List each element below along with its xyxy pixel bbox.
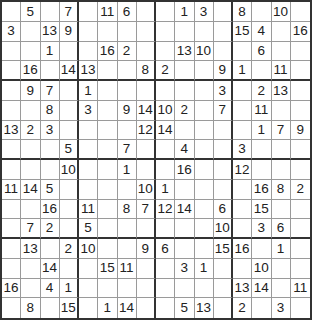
cell-r11c9[interactable]: 12 [156, 200, 175, 220]
cell-r15c4[interactable]: 1 [60, 279, 79, 299]
cell-r15c9[interactable] [156, 279, 175, 299]
cell-r13c13[interactable]: 16 [233, 239, 252, 259]
cell-r13c2[interactable]: 13 [21, 239, 40, 259]
cell-r4c15[interactable]: 11 [272, 61, 291, 81]
cell-r3c12[interactable] [214, 42, 233, 62]
cell-r7c3[interactable]: 3 [41, 121, 60, 141]
cell-r13c4[interactable]: 2 [60, 239, 79, 259]
cell-r14c10[interactable]: 3 [175, 259, 194, 279]
cell-r9c11[interactable] [195, 160, 214, 180]
cell-r1c11[interactable]: 3 [195, 2, 214, 22]
cell-r7c8[interactable]: 12 [137, 121, 156, 141]
cell-r3c16[interactable] [291, 42, 310, 62]
cell-r16c3[interactable] [41, 298, 60, 318]
cell-r15c10[interactable] [175, 279, 194, 299]
cell-r12c6[interactable] [98, 219, 117, 239]
cell-r7c10[interactable] [175, 121, 194, 141]
cell-r8c4[interactable]: 5 [60, 140, 79, 160]
cell-r10c11[interactable] [195, 180, 214, 200]
cell-r15c5[interactable] [79, 279, 98, 299]
cell-r1c9[interactable] [156, 2, 175, 22]
cell-r9c13[interactable]: 12 [233, 160, 252, 180]
cell-r9c2[interactable] [21, 160, 40, 180]
cell-r5c7[interactable] [118, 81, 137, 101]
cell-r3c14[interactable]: 6 [252, 42, 271, 62]
cell-r14c4[interactable] [60, 259, 79, 279]
cell-r3c13[interactable] [233, 42, 252, 62]
cell-r8c3[interactable] [41, 140, 60, 160]
cell-r5c16[interactable] [291, 81, 310, 101]
cell-r11c1[interactable] [2, 200, 21, 220]
cell-r4c4[interactable]: 14 [60, 61, 79, 81]
cell-r14c2[interactable] [21, 259, 40, 279]
cell-r13c5[interactable]: 10 [79, 239, 98, 259]
cell-r11c7[interactable]: 8 [118, 200, 137, 220]
cell-r12c4[interactable] [60, 219, 79, 239]
cell-r11c12[interactable]: 6 [214, 200, 233, 220]
cell-r12c14[interactable]: 3 [252, 219, 271, 239]
cell-r10c16[interactable]: 2 [291, 180, 310, 200]
cell-r3c7[interactable]: 2 [118, 42, 137, 62]
cell-r8c13[interactable]: 3 [233, 140, 252, 160]
cell-r13c6[interactable] [98, 239, 117, 259]
cell-r4c2[interactable]: 16 [21, 61, 40, 81]
cell-r11c14[interactable]: 15 [252, 200, 271, 220]
cell-r13c1[interactable] [2, 239, 21, 259]
cell-r2c3[interactable]: 13 [41, 22, 60, 42]
cell-r8c14[interactable] [252, 140, 271, 160]
cell-r1c12[interactable] [214, 2, 233, 22]
cell-r10c7[interactable] [118, 180, 137, 200]
cell-r2c14[interactable]: 4 [252, 22, 271, 42]
cell-r8c11[interactable] [195, 140, 214, 160]
cell-r6c8[interactable]: 14 [137, 101, 156, 121]
cell-r13c11[interactable] [195, 239, 214, 259]
cell-r10c5[interactable] [79, 180, 98, 200]
cell-r13c16[interactable] [291, 239, 310, 259]
cell-r12c9[interactable] [156, 219, 175, 239]
cell-r3c5[interactable] [79, 42, 98, 62]
cell-r5c2[interactable]: 9 [21, 81, 40, 101]
cell-r7c4[interactable] [60, 121, 79, 141]
cell-r5c15[interactable]: 13 [272, 81, 291, 101]
cell-r7c1[interactable]: 13 [2, 121, 21, 141]
cell-r10c14[interactable]: 16 [252, 180, 271, 200]
cell-r5c8[interactable] [137, 81, 156, 101]
cell-r8c10[interactable]: 4 [175, 140, 194, 160]
cell-r3c6[interactable]: 16 [98, 42, 117, 62]
cell-r5c1[interactable] [2, 81, 21, 101]
cell-r14c15[interactable] [272, 259, 291, 279]
cell-r6c16[interactable] [291, 101, 310, 121]
cell-r14c1[interactable] [2, 259, 21, 279]
cell-r2c15[interactable] [272, 22, 291, 42]
cell-r9c15[interactable] [272, 160, 291, 180]
cell-r8c2[interactable] [21, 140, 40, 160]
cell-r16c2[interactable]: 8 [21, 298, 40, 318]
cell-r3c2[interactable] [21, 42, 40, 62]
cell-r5c12[interactable]: 3 [214, 81, 233, 101]
cell-r8c15[interactable] [272, 140, 291, 160]
cell-r14c6[interactable]: 15 [98, 259, 117, 279]
cell-r12c11[interactable] [195, 219, 214, 239]
cell-r4c16[interactable] [291, 61, 310, 81]
cell-r3c3[interactable]: 1 [41, 42, 60, 62]
cell-r9c5[interactable] [79, 160, 98, 180]
cell-r13c3[interactable] [41, 239, 60, 259]
cell-r9c16[interactable] [291, 160, 310, 180]
cell-r11c5[interactable]: 11 [79, 200, 98, 220]
cell-r10c13[interactable] [233, 180, 252, 200]
cell-r13c7[interactable] [118, 239, 137, 259]
cell-r4c8[interactable]: 8 [137, 61, 156, 81]
cell-r1c5[interactable] [79, 2, 98, 22]
sudoku-board: 5711613810313915416116213106161413829111… [0, 0, 312, 320]
cell-r10c6[interactable] [98, 180, 117, 200]
cell-r5c3[interactable]: 7 [41, 81, 60, 101]
cell-r13c15[interactable]: 1 [272, 239, 291, 259]
cell-r16c7[interactable]: 14 [118, 298, 137, 318]
cell-r9c1[interactable] [2, 160, 21, 180]
cell-r16c16[interactable] [291, 298, 310, 318]
cell-r11c11[interactable] [195, 200, 214, 220]
cell-r15c3[interactable]: 4 [41, 279, 60, 299]
cell-r4c9[interactable]: 2 [156, 61, 175, 81]
cell-r15c11[interactable] [195, 279, 214, 299]
cell-r8c9[interactable] [156, 140, 175, 160]
cell-r6c10[interactable]: 2 [175, 101, 194, 121]
cell-r16c9[interactable] [156, 298, 175, 318]
cell-r2c9[interactable] [156, 22, 175, 42]
cell-r8c16[interactable] [291, 140, 310, 160]
cell-r7c15[interactable]: 7 [272, 121, 291, 141]
cell-r1c6[interactable]: 11 [98, 2, 117, 22]
cell-r9c6[interactable] [98, 160, 117, 180]
cell-r13c10[interactable] [175, 239, 194, 259]
cell-r16c8[interactable] [137, 298, 156, 318]
cell-r4c13[interactable]: 1 [233, 61, 252, 81]
cell-r14c9[interactable] [156, 259, 175, 279]
cell-r8c7[interactable]: 7 [118, 140, 137, 160]
cell-r8c5[interactable] [79, 140, 98, 160]
cell-r1c10[interactable]: 1 [175, 2, 194, 22]
cell-r4c12[interactable]: 9 [214, 61, 233, 81]
cell-r7c14[interactable]: 1 [252, 121, 271, 141]
cell-r15c15[interactable] [272, 279, 291, 299]
cell-r15c8[interactable] [137, 279, 156, 299]
cell-r8c6[interactable] [98, 140, 117, 160]
cell-r15c16[interactable]: 11 [291, 279, 310, 299]
cell-r5c13[interactable] [233, 81, 252, 101]
cell-r5c4[interactable] [60, 81, 79, 101]
cell-r8c12[interactable] [214, 140, 233, 160]
cell-r11c3[interactable]: 16 [41, 200, 60, 220]
cell-r16c11[interactable]: 13 [195, 298, 214, 318]
cell-r15c12[interactable] [214, 279, 233, 299]
cell-r10c2[interactable]: 14 [21, 180, 40, 200]
cell-r11c6[interactable] [98, 200, 117, 220]
cell-r3c1[interactable] [2, 42, 21, 62]
cell-r4c6[interactable] [98, 61, 117, 81]
cell-r12c15[interactable]: 6 [272, 219, 291, 239]
cell-r5c5[interactable]: 1 [79, 81, 98, 101]
cell-r15c14[interactable]: 14 [252, 279, 271, 299]
cell-r14c7[interactable]: 11 [118, 259, 137, 279]
cell-r12c16[interactable] [291, 219, 310, 239]
cell-r2c8[interactable] [137, 22, 156, 42]
cell-r11c8[interactable]: 7 [137, 200, 156, 220]
cell-r2c1[interactable]: 3 [2, 22, 21, 42]
cell-r3c15[interactable] [272, 42, 291, 62]
cell-r3c11[interactable]: 10 [195, 42, 214, 62]
cell-r6c12[interactable]: 7 [214, 101, 233, 121]
cell-r10c3[interactable]: 5 [41, 180, 60, 200]
cell-r6c14[interactable]: 11 [252, 101, 271, 121]
cell-r1c16[interactable] [291, 2, 310, 22]
cell-r7c13[interactable] [233, 121, 252, 141]
cell-r3c10[interactable]: 13 [175, 42, 194, 62]
cell-r11c15[interactable] [272, 200, 291, 220]
cell-r1c14[interactable] [252, 2, 271, 22]
cell-r2c12[interactable] [214, 22, 233, 42]
cell-r7c11[interactable] [195, 121, 214, 141]
cell-r2c4[interactable]: 9 [60, 22, 79, 42]
cell-r11c13[interactable] [233, 200, 252, 220]
cell-r2c10[interactable] [175, 22, 194, 42]
cell-r12c5[interactable]: 5 [79, 219, 98, 239]
cell-r10c4[interactable] [60, 180, 79, 200]
cell-r15c13[interactable]: 13 [233, 279, 252, 299]
cell-r13c14[interactable] [252, 239, 271, 259]
cell-r6c13[interactable] [233, 101, 252, 121]
cell-r2c2[interactable] [21, 22, 40, 42]
cell-r8c1[interactable] [2, 140, 21, 160]
cell-r2c7[interactable] [118, 22, 137, 42]
cell-r2c5[interactable] [79, 22, 98, 42]
cell-r15c2[interactable] [21, 279, 40, 299]
cell-r10c10[interactable] [175, 180, 194, 200]
cell-r1c1[interactable] [2, 2, 21, 22]
cell-r12c2[interactable]: 7 [21, 219, 40, 239]
cell-r4c5[interactable]: 13 [79, 61, 98, 81]
cell-r4c10[interactable] [175, 61, 194, 81]
cell-r6c6[interactable] [98, 101, 117, 121]
cell-r15c1[interactable]: 16 [2, 279, 21, 299]
cell-r7c16[interactable]: 9 [291, 121, 310, 141]
cell-r7c5[interactable] [79, 121, 98, 141]
cell-r9c10[interactable]: 16 [175, 160, 194, 180]
cell-r16c6[interactable]: 1 [98, 298, 117, 318]
cell-r1c8[interactable] [137, 2, 156, 22]
cell-r5c11[interactable] [195, 81, 214, 101]
cell-r8c8[interactable] [137, 140, 156, 160]
cell-r6c7[interactable]: 9 [118, 101, 137, 121]
cell-r3c4[interactable] [60, 42, 79, 62]
cell-r12c1[interactable] [2, 219, 21, 239]
cell-r16c10[interactable]: 5 [175, 298, 194, 318]
cell-r11c10[interactable]: 14 [175, 200, 194, 220]
cell-r10c1[interactable]: 11 [2, 180, 21, 200]
cell-r7c2[interactable]: 2 [21, 121, 40, 141]
cell-r1c4[interactable]: 7 [60, 2, 79, 22]
cell-r14c13[interactable] [233, 259, 252, 279]
cell-r2c13[interactable]: 15 [233, 22, 252, 42]
cell-r9c9[interactable] [156, 160, 175, 180]
cell-r5c10[interactable] [175, 81, 194, 101]
cell-r2c11[interactable] [195, 22, 214, 42]
cell-r16c12[interactable] [214, 298, 233, 318]
cell-r9c14[interactable] [252, 160, 271, 180]
cell-r2c16[interactable]: 16 [291, 22, 310, 42]
cell-r12c12[interactable]: 10 [214, 219, 233, 239]
cell-r11c16[interactable] [291, 200, 310, 220]
cell-r6c4[interactable] [60, 101, 79, 121]
cell-r1c3[interactable] [41, 2, 60, 22]
cell-r16c1[interactable] [2, 298, 21, 318]
cell-r6c9[interactable]: 10 [156, 101, 175, 121]
cell-r7c6[interactable] [98, 121, 117, 141]
cell-r6c5[interactable]: 3 [79, 101, 98, 121]
cell-r12c8[interactable] [137, 219, 156, 239]
cell-r11c4[interactable] [60, 200, 79, 220]
cell-r14c16[interactable] [291, 259, 310, 279]
cell-r12c3[interactable]: 2 [41, 219, 60, 239]
cell-r1c7[interactable]: 6 [118, 2, 137, 22]
cell-r6c11[interactable] [195, 101, 214, 121]
cell-r10c8[interactable]: 10 [137, 180, 156, 200]
cell-r13c9[interactable]: 6 [156, 239, 175, 259]
cell-r11c2[interactable] [21, 200, 40, 220]
cell-r4c14[interactable] [252, 61, 271, 81]
cell-r3c8[interactable] [137, 42, 156, 62]
cell-r9c3[interactable] [41, 160, 60, 180]
cell-r2c6[interactable] [98, 22, 117, 42]
cell-r9c12[interactable] [214, 160, 233, 180]
cell-r15c7[interactable] [118, 279, 137, 299]
cell-r5c14[interactable]: 2 [252, 81, 271, 101]
cell-r14c12[interactable] [214, 259, 233, 279]
cell-r14c14[interactable]: 10 [252, 259, 271, 279]
cell-r1c15[interactable]: 10 [272, 2, 291, 22]
cell-r13c8[interactable]: 9 [137, 239, 156, 259]
cell-r4c7[interactable] [118, 61, 137, 81]
cell-r9c8[interactable] [137, 160, 156, 180]
cell-r1c13[interactable]: 8 [233, 2, 252, 22]
cell-r9c7[interactable]: 1 [118, 160, 137, 180]
cell-r7c9[interactable]: 14 [156, 121, 175, 141]
cell-r16c13[interactable]: 2 [233, 298, 252, 318]
cell-r1c2[interactable]: 5 [21, 2, 40, 22]
cell-r14c5[interactable] [79, 259, 98, 279]
cell-r4c3[interactable] [41, 61, 60, 81]
cell-r4c11[interactable] [195, 61, 214, 81]
cell-r13c12[interactable]: 15 [214, 239, 233, 259]
cell-r14c11[interactable]: 1 [195, 259, 214, 279]
cell-r3c9[interactable] [156, 42, 175, 62]
cell-r10c15[interactable]: 8 [272, 180, 291, 200]
cell-r14c8[interactable] [137, 259, 156, 279]
cell-r10c12[interactable] [214, 180, 233, 200]
cell-r6c15[interactable] [272, 101, 291, 121]
cell-r14c3[interactable]: 14 [41, 259, 60, 279]
cell-r16c4[interactable]: 15 [60, 298, 79, 318]
cell-r9c4[interactable]: 10 [60, 160, 79, 180]
cell-r4c1[interactable] [2, 61, 21, 81]
cell-r16c15[interactable]: 3 [272, 298, 291, 318]
cell-r15c6[interactable] [98, 279, 117, 299]
cell-r5c9[interactable] [156, 81, 175, 101]
cell-r7c12[interactable] [214, 121, 233, 141]
cell-r5c6[interactable] [98, 81, 117, 101]
cell-r6c2[interactable] [21, 101, 40, 121]
cell-r6c1[interactable] [2, 101, 21, 121]
cell-r12c10[interactable] [175, 219, 194, 239]
cell-r10c9[interactable]: 1 [156, 180, 175, 200]
cell-r7c7[interactable] [118, 121, 137, 141]
cell-r6c3[interactable]: 8 [41, 101, 60, 121]
cell-r12c7[interactable] [118, 219, 137, 239]
cell-r16c14[interactable] [252, 298, 271, 318]
cell-r12c13[interactable] [233, 219, 252, 239]
cell-r16c5[interactable] [79, 298, 98, 318]
